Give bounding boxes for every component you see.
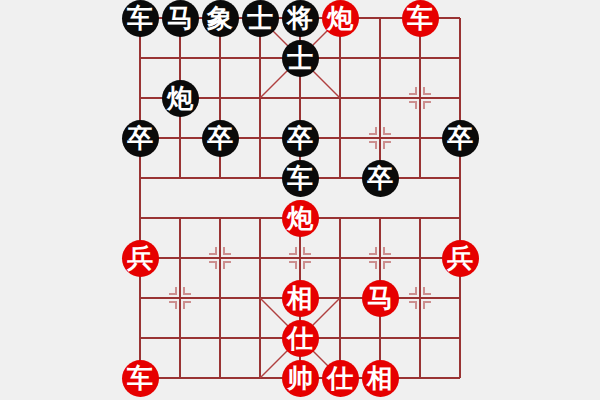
- piece-red-soldier[interactable]: 兵: [442, 240, 479, 277]
- piece-black-soldier[interactable]: 卒: [362, 160, 399, 197]
- piece-black-elephant[interactable]: 象: [202, 0, 239, 37]
- piece-black-cannon[interactable]: 炮: [162, 80, 199, 117]
- piece-black-general[interactable]: 将: [282, 0, 319, 37]
- piece-red-advisor[interactable]: 仕: [282, 320, 319, 357]
- piece-red-chariot[interactable]: 车: [402, 0, 439, 37]
- piece-black-chariot[interactable]: 车: [282, 160, 319, 197]
- piece-black-advisor[interactable]: 士: [242, 0, 279, 37]
- piece-red-elephant[interactable]: 相: [282, 280, 319, 317]
- piece-red-horse[interactable]: 马: [362, 280, 399, 317]
- xiangqi-board: 车马象士将炮车士炮卒卒卒卒车卒炮兵兵相马仕车帅仕相: [0, 0, 600, 400]
- piece-red-chariot[interactable]: 车: [122, 360, 159, 397]
- piece-red-cannon[interactable]: 炮: [322, 0, 359, 37]
- piece-red-cannon[interactable]: 炮: [282, 200, 319, 237]
- pieces-layer: 车马象士将炮车士炮卒卒卒卒车卒炮兵兵相马仕车帅仕相: [120, 0, 480, 398]
- piece-red-advisor[interactable]: 仕: [322, 360, 359, 397]
- piece-black-advisor[interactable]: 士: [282, 40, 319, 77]
- piece-black-soldier[interactable]: 卒: [282, 120, 319, 157]
- piece-black-soldier[interactable]: 卒: [202, 120, 239, 157]
- piece-black-soldier[interactable]: 卒: [122, 120, 159, 157]
- piece-red-elephant[interactable]: 相: [362, 360, 399, 397]
- piece-red-general[interactable]: 帅: [282, 360, 319, 397]
- piece-black-horse[interactable]: 马: [162, 0, 199, 37]
- piece-red-soldier[interactable]: 兵: [122, 240, 159, 277]
- piece-black-soldier[interactable]: 卒: [442, 120, 479, 157]
- piece-black-chariot[interactable]: 车: [122, 0, 159, 37]
